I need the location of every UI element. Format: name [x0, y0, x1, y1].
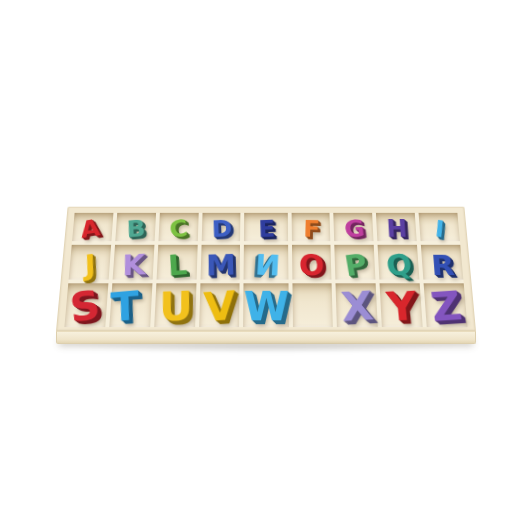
- letter-piece-W: W: [243, 289, 288, 326]
- letter-piece-U: U: [158, 289, 191, 327]
- letter-piece-V: V: [203, 288, 236, 327]
- letter-piece-C: C: [169, 218, 188, 241]
- compartment-N: N: [244, 245, 288, 280]
- compartment-E: E: [244, 213, 288, 241]
- tray-front-edge: [56, 331, 476, 344]
- compartment-R: R: [421, 245, 463, 280]
- letter-piece-S: S: [68, 287, 101, 328]
- compartment-F: F: [291, 213, 331, 241]
- compartment-D: D: [201, 213, 241, 241]
- compartment-C: C: [158, 213, 198, 241]
- letter-piece-X: X: [340, 289, 374, 327]
- compartment-Z: Z: [424, 283, 468, 327]
- compartment-Q: Q: [378, 245, 420, 280]
- compartment-O: O: [292, 245, 332, 280]
- compartment-empty: [292, 283, 333, 327]
- compartment-G: G: [334, 213, 374, 241]
- compartment-Y: Y: [380, 283, 423, 327]
- compartment-K: K: [112, 245, 154, 280]
- compartment-L: L: [156, 245, 197, 280]
- letter-piece-P: P: [343, 251, 368, 279]
- letter-piece-N: N: [255, 252, 281, 279]
- compartment-X: X: [336, 283, 378, 327]
- letter-piece-I: I: [434, 219, 444, 241]
- letter-piece-L: L: [167, 252, 187, 280]
- letter-piece-G: G: [343, 219, 364, 241]
- tray-shadow: [65, 345, 467, 353]
- compartment-V: V: [199, 283, 240, 327]
- letter-piece-R: R: [430, 252, 454, 278]
- letter-piece-K: K: [122, 252, 145, 279]
- letter-piece-F: F: [303, 219, 319, 241]
- letter-piece-E: E: [258, 219, 275, 241]
- compartment-P: P: [335, 245, 376, 280]
- compartment-U: U: [154, 283, 196, 327]
- compartment-I: I: [419, 213, 460, 241]
- letter-piece-J: J: [84, 252, 95, 279]
- letter-piece-D: D: [211, 219, 231, 241]
- letter-piece-O: O: [298, 252, 325, 279]
- letter-piece-Z: Z: [429, 288, 464, 327]
- letter-piece-H: H: [386, 219, 407, 240]
- compartment-J: J: [69, 245, 111, 280]
- compartment-W: W: [243, 283, 288, 327]
- tray-top-surface: ABCDEFGHIJKLMNOPQRSTUVWXYZ: [56, 207, 476, 331]
- product-photo-scene: ABCDEFGHIJKLMNOPQRSTUVWXYZ: [0, 0, 532, 532]
- letter-piece-A: A: [80, 218, 100, 242]
- compartment-M: M: [200, 245, 240, 280]
- letter-piece-M: M: [206, 252, 235, 279]
- letter-piece-T: T: [111, 288, 139, 327]
- compartment-S: S: [64, 283, 108, 327]
- letter-piece-Y: Y: [385, 289, 418, 327]
- compartment-H: H: [376, 213, 417, 241]
- letter-piece-Q: Q: [385, 252, 413, 280]
- compartment-A: A: [72, 213, 113, 241]
- tray-compartment-grid: ABCDEFGHIJKLMNOPQRSTUVWXYZ: [64, 213, 467, 327]
- letter-piece-B: B: [126, 218, 145, 241]
- compartment-B: B: [115, 213, 156, 241]
- compartment-T: T: [109, 283, 152, 327]
- wooden-letter-tray: ABCDEFGHIJKLMNOPQRSTUVWXYZ: [56, 196, 476, 344]
